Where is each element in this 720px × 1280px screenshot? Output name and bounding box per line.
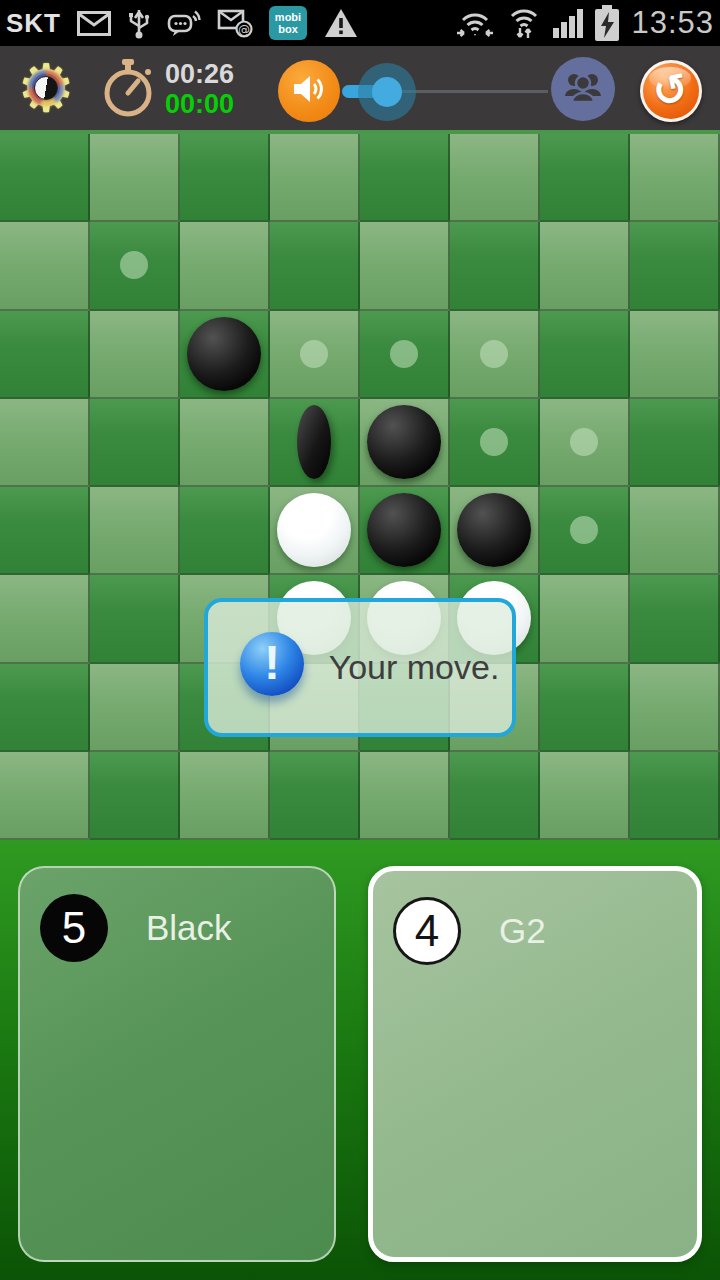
mail-at-icon: @ <box>217 8 253 38</box>
board-cell-g3[interactable] <box>540 311 630 399</box>
board-cell-d3[interactable] <box>270 311 360 399</box>
board-cell-b4[interactable] <box>90 399 180 487</box>
white-score-badge: 4 <box>393 897 461 965</box>
board-cell-g7[interactable] <box>540 664 630 752</box>
speaker-icon <box>291 73 327 109</box>
mobibox-icon: mobibox <box>269 6 307 40</box>
score-panel: 5 Black 4 G2 <box>0 840 720 1280</box>
board-cell-h7[interactable] <box>630 664 720 752</box>
legal-move-hint <box>570 516 598 544</box>
board-cell-h5[interactable] <box>630 487 720 575</box>
black-disc <box>457 493 531 567</box>
carrier-label: SKT <box>6 8 61 39</box>
board-cell-d2[interactable] <box>270 222 360 310</box>
board-cell-c2[interactable] <box>180 222 270 310</box>
your-move-dialog[interactable]: ! Your move. <box>204 598 516 737</box>
board-cell-h8[interactable] <box>630 752 720 840</box>
board-cell-a1[interactable] <box>0 134 90 222</box>
restart-arrow-icon: ↺ <box>649 67 692 115</box>
volume-slider-thumb[interactable] <box>372 77 402 107</box>
wifi-sync-icon <box>507 6 541 40</box>
board-cell-e1[interactable] <box>360 134 450 222</box>
board-cell-h3[interactable] <box>630 311 720 399</box>
yin-yang-icon <box>34 76 58 100</box>
board-cell-h6[interactable] <box>630 575 720 663</box>
dialog-message: Your move. <box>316 602 512 733</box>
board-cell-e8[interactable] <box>360 752 450 840</box>
warning-icon <box>323 7 359 39</box>
board-cell-c4[interactable] <box>180 399 270 487</box>
status-time: 13:53 <box>631 5 714 41</box>
board-cell-b8[interactable] <box>90 752 180 840</box>
board-cell-g2[interactable] <box>540 222 630 310</box>
exclamation-icon: ! <box>240 632 304 696</box>
board-cell-a5[interactable] <box>0 487 90 575</box>
battery-charging-icon <box>595 9 619 41</box>
status-icons-left: SKT @ mobibox <box>0 6 359 40</box>
board-cell-a6[interactable] <box>0 575 90 663</box>
board-cell-b6[interactable] <box>90 575 180 663</box>
board-cell-a2[interactable] <box>0 222 90 310</box>
signal-bars-icon <box>553 8 583 38</box>
board-cell-c1[interactable] <box>180 134 270 222</box>
board-cell-e5[interactable] <box>360 487 450 575</box>
timer-display: 00:26 00:00 <box>165 59 234 119</box>
timer-elapsed: 00:26 <box>165 59 234 89</box>
black-player-name: Black <box>146 908 232 948</box>
white-player-card[interactable]: 4 G2 <box>368 866 702 1262</box>
legal-move-hint <box>300 340 328 368</box>
board-cell-a7[interactable] <box>0 664 90 752</box>
restart-button[interactable]: ↺ <box>640 60 702 122</box>
white-player-name: G2 <box>499 911 546 951</box>
board-cell-c5[interactable] <box>180 487 270 575</box>
board-cell-f1[interactable] <box>450 134 540 222</box>
board-cell-h4[interactable] <box>630 399 720 487</box>
board-cell-f2[interactable] <box>450 222 540 310</box>
usb-icon <box>127 6 151 40</box>
board-cell-f3[interactable] <box>450 311 540 399</box>
board-cell-d1[interactable] <box>270 134 360 222</box>
timer-move: 00:00 <box>165 89 234 119</box>
board-cell-g6[interactable] <box>540 575 630 663</box>
board-cell-a3[interactable] <box>0 311 90 399</box>
legal-move-hint <box>480 428 508 456</box>
board-cell-g8[interactable] <box>540 752 630 840</box>
game-toolbar: ⚙ 00:26 00:00 ↺ <box>0 46 720 130</box>
board-cell-f4[interactable] <box>450 399 540 487</box>
game-board: ! Your move. <box>0 130 720 840</box>
status-icons-right: 13:53 <box>455 5 720 41</box>
group-icon <box>563 69 603 109</box>
board-cell-b2[interactable] <box>90 222 180 310</box>
board-cell-c8[interactable] <box>180 752 270 840</box>
board-cell-g4[interactable] <box>540 399 630 487</box>
board-cell-d8[interactable] <box>270 752 360 840</box>
board-cell-g5[interactable] <box>540 487 630 575</box>
legal-move-hint <box>390 340 418 368</box>
wifi-direct-icon <box>455 7 495 39</box>
legal-move-hint <box>480 340 508 368</box>
players-button[interactable] <box>551 57 615 121</box>
svg-text:@: @ <box>238 23 250 37</box>
board-cell-b7[interactable] <box>90 664 180 752</box>
board-cell-c3[interactable] <box>180 311 270 399</box>
board-cell-d5[interactable] <box>270 487 360 575</box>
board-cell-f8[interactable] <box>450 752 540 840</box>
app-settings-button[interactable]: ⚙ <box>12 54 80 122</box>
board-cell-e3[interactable] <box>360 311 450 399</box>
board-cell-e2[interactable] <box>360 222 450 310</box>
stopwatch-icon <box>98 58 158 122</box>
black-player-card[interactable]: 5 Black <box>18 866 336 1262</box>
board-cell-d4[interactable] <box>270 399 360 487</box>
status-bar: SKT @ mobibox 13:53 <box>0 0 720 46</box>
board-cell-b3[interactable] <box>90 311 180 399</box>
board-cell-e4[interactable] <box>360 399 450 487</box>
board-cell-a8[interactable] <box>0 752 90 840</box>
legal-move-hint <box>570 428 598 456</box>
volume-button[interactable] <box>278 60 340 122</box>
black-disc <box>367 405 441 479</box>
board-cell-b1[interactable] <box>90 134 180 222</box>
board-cell-h2[interactable] <box>630 222 720 310</box>
legal-move-hint <box>120 251 148 279</box>
black-score-badge: 5 <box>40 894 108 962</box>
board-cell-f5[interactable] <box>450 487 540 575</box>
envelope-icon <box>77 11 111 36</box>
board-cell-g1[interactable] <box>540 134 630 222</box>
black-disc <box>367 493 441 567</box>
white-disc <box>277 493 351 567</box>
board-cell-a4[interactable] <box>0 399 90 487</box>
board-cell-h1[interactable] <box>630 134 720 222</box>
flipping-disc <box>297 405 331 479</box>
board-cell-b5[interactable] <box>90 487 180 575</box>
black-disc <box>187 317 261 391</box>
chat-message-icon <box>167 8 201 38</box>
